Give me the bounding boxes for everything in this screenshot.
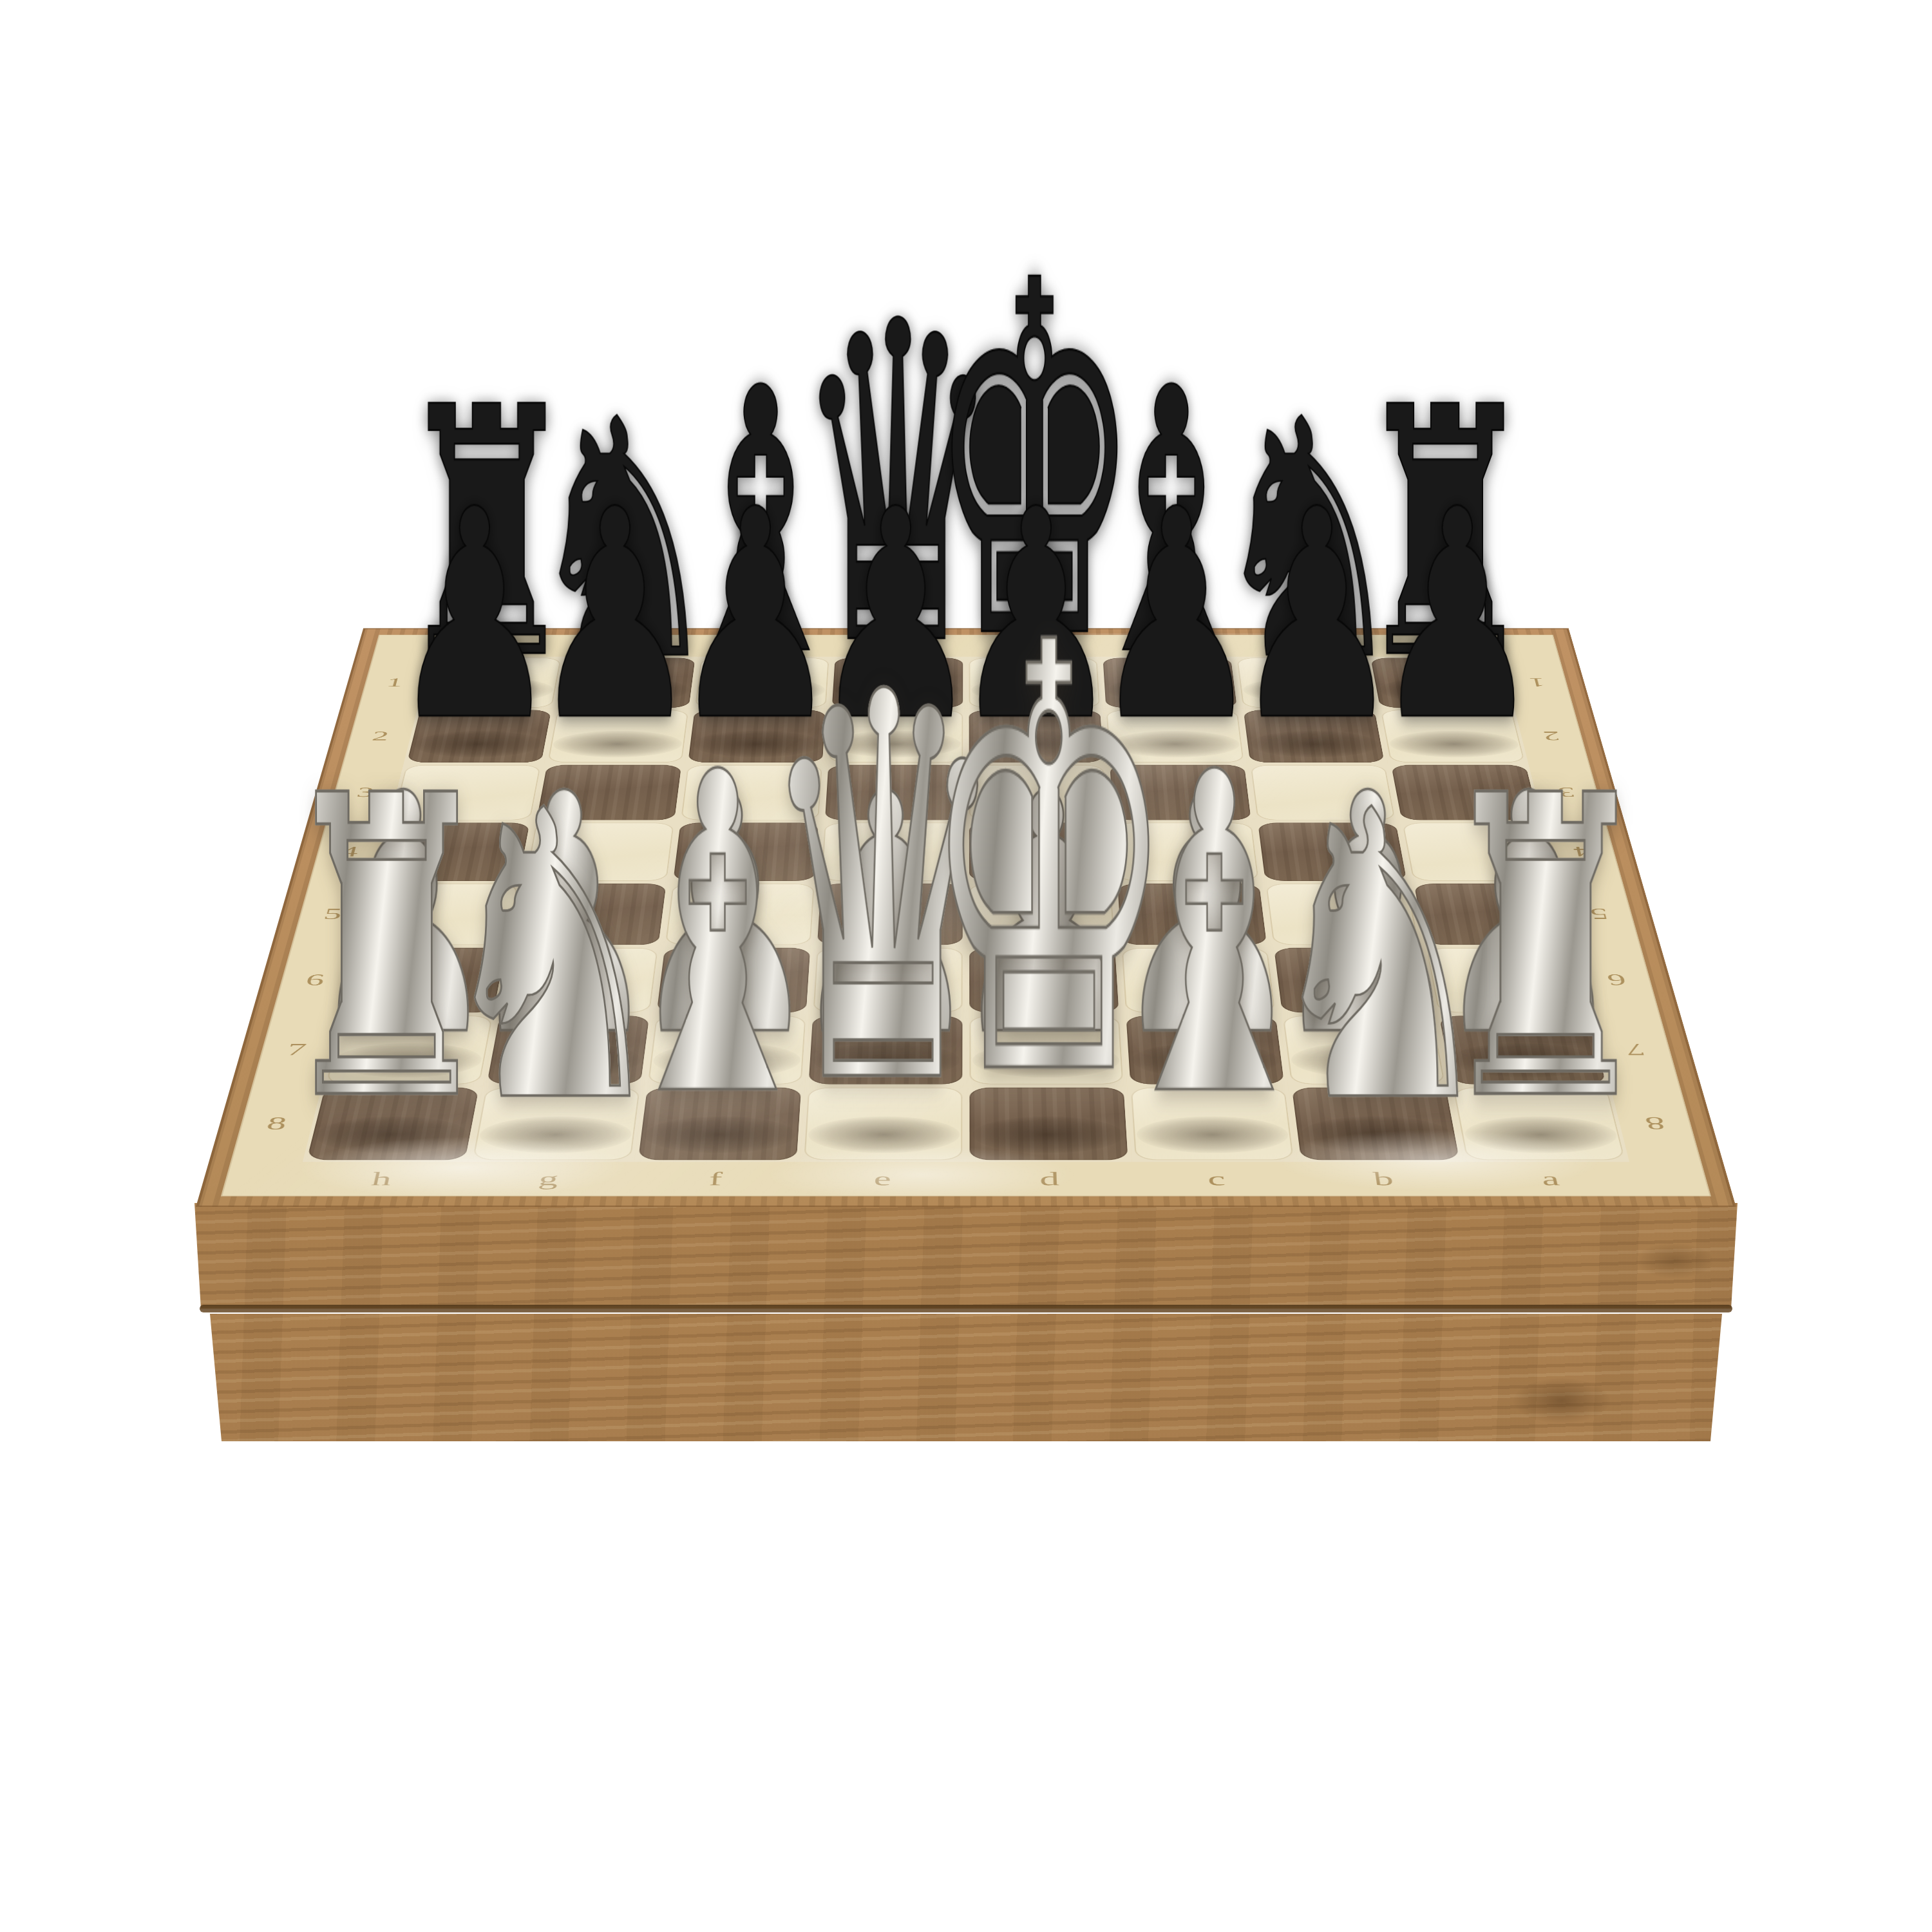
file-label-far-h: h <box>491 639 509 651</box>
file-label-near-f: f <box>708 1170 723 1188</box>
file-label-near-e: e <box>873 1170 891 1188</box>
file-label-near-h: h <box>370 1170 393 1188</box>
file-label-near-a: a <box>1540 1170 1561 1188</box>
rank-label-right-1: 1 <box>1528 676 1547 688</box>
file-label-near-d: d <box>1039 1170 1059 1188</box>
square-a8[interactable]: ♜ <box>1449 1086 1629 1162</box>
file-label-far-a: a <box>1424 639 1441 651</box>
file-label-near-g: g <box>537 1170 560 1188</box>
file-label-near-c: c <box>1207 1170 1226 1188</box>
chess-board: hh11gg22ff33ee44dd55cc66bb77aa88 ♜♞♝♛♚♝♞… <box>196 629 1736 1207</box>
file-label-far-g: g <box>625 639 642 651</box>
piece-silver-rook-a8[interactable]: ♜ <box>1433 743 1658 1157</box>
file-label-near-b: b <box>1372 1170 1395 1188</box>
photo-scene: hh11gg22ff33ee44dd55cc66bb77aa88 ♜♞♝♛♚♝♞… <box>0 0 1932 1932</box>
file-label-far-b: b <box>1290 639 1307 651</box>
board-grid: ♜♞♝♛♚♝♞♜♟♟♟♟♟♟♟♟♟♟♟♟♟♟♟♟♜♞♝♛♚♝♞♜ <box>303 657 1629 1162</box>
rank-label-left-1: 1 <box>385 676 404 688</box>
